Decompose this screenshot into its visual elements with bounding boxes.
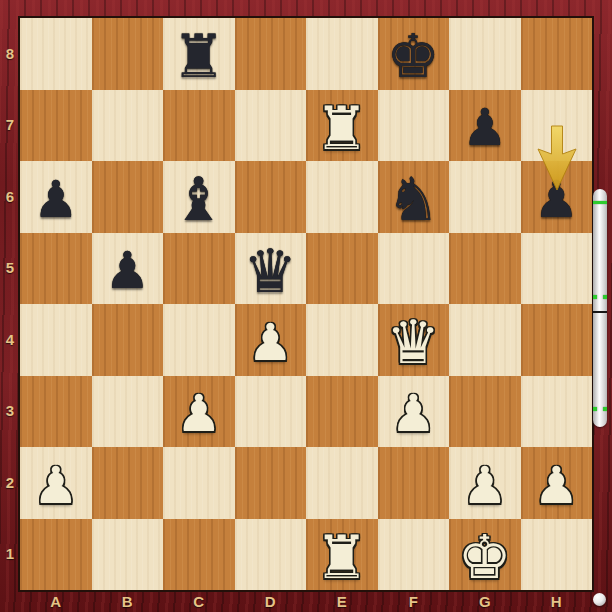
square-h4[interactable]: [521, 304, 593, 376]
black-pawn-a6[interactable]: ♟: [20, 161, 92, 233]
rank-label-8: 8: [0, 45, 20, 62]
square-f2[interactable]: [378, 447, 450, 519]
black-knight-f6[interactable]: ♞: [378, 161, 450, 233]
square-b6[interactable]: [92, 161, 164, 233]
square-e1[interactable]: ♜: [306, 519, 378, 591]
rank-label-5: 5: [0, 259, 20, 276]
square-f8[interactable]: ♚: [378, 18, 450, 90]
black-pawn-g7[interactable]: ♟: [449, 90, 521, 162]
square-c4[interactable]: [163, 304, 235, 376]
square-g5[interactable]: [449, 233, 521, 305]
square-g3[interactable]: [449, 376, 521, 448]
file-label-g: G: [449, 592, 521, 612]
square-c1[interactable]: [163, 519, 235, 591]
square-b3[interactable]: [92, 376, 164, 448]
board-frame: ♜♚♜♟♟♝♞♟♟♛♟♛♟♟♟♟♟♜♚ 87654321 ABCDEFGH: [0, 0, 612, 612]
square-e2[interactable]: [306, 447, 378, 519]
slider-bottom-tick-right: [603, 407, 607, 411]
square-h3[interactable]: [521, 376, 593, 448]
square-h6[interactable]: ♟: [521, 161, 593, 233]
square-d3[interactable]: [235, 376, 307, 448]
square-h2[interactable]: ♟: [521, 447, 593, 519]
square-d6[interactable]: [235, 161, 307, 233]
square-a5[interactable]: [20, 233, 92, 305]
file-label-d: D: [235, 592, 307, 612]
black-pawn-b5[interactable]: ♟: [92, 233, 164, 305]
square-c8[interactable]: ♜: [163, 18, 235, 90]
file-label-b: B: [92, 592, 164, 612]
square-a6[interactable]: ♟: [20, 161, 92, 233]
square-b4[interactable]: [92, 304, 164, 376]
square-f1[interactable]: [378, 519, 450, 591]
square-b5[interactable]: ♟: [92, 233, 164, 305]
square-g4[interactable]: [449, 304, 521, 376]
square-h7[interactable]: [521, 90, 593, 162]
square-f4[interactable]: ♛: [378, 304, 450, 376]
white-queen-f4[interactable]: ♛: [378, 304, 450, 376]
square-e5[interactable]: [306, 233, 378, 305]
file-label-e: E: [306, 592, 378, 612]
white-pawn-c3[interactable]: ♟: [163, 376, 235, 448]
white-pawn-h2[interactable]: ♟: [521, 447, 593, 519]
square-d8[interactable]: [235, 18, 307, 90]
square-a7[interactable]: [20, 90, 92, 162]
black-rook-c8[interactable]: ♜: [163, 18, 235, 90]
rank-label-4: 4: [0, 331, 20, 348]
white-king-g1[interactable]: ♚: [449, 519, 521, 591]
square-e3[interactable]: [306, 376, 378, 448]
square-a8[interactable]: [20, 18, 92, 90]
square-g1[interactable]: ♚: [449, 519, 521, 591]
square-f3[interactable]: ♟: [378, 376, 450, 448]
square-d2[interactable]: [235, 447, 307, 519]
square-d7[interactable]: [235, 90, 307, 162]
black-bishop-c6[interactable]: ♝: [163, 161, 235, 233]
game-progress-slider[interactable]: [593, 189, 607, 427]
square-d5[interactable]: ♛: [235, 233, 307, 305]
corner-ball-handle[interactable]: [593, 593, 606, 606]
square-c7[interactable]: [163, 90, 235, 162]
white-pawn-a2[interactable]: ♟: [20, 447, 92, 519]
white-pawn-g2[interactable]: ♟: [449, 447, 521, 519]
square-b7[interactable]: [92, 90, 164, 162]
square-c2[interactable]: [163, 447, 235, 519]
square-f7[interactable]: [378, 90, 450, 162]
square-b1[interactable]: [92, 519, 164, 591]
black-king-f8[interactable]: ♚: [378, 18, 450, 90]
white-rook-e7[interactable]: ♜: [306, 90, 378, 162]
square-h8[interactable]: [521, 18, 593, 90]
square-g2[interactable]: ♟: [449, 447, 521, 519]
file-label-f: F: [378, 592, 450, 612]
square-a4[interactable]: [20, 304, 92, 376]
square-e6[interactable]: [306, 161, 378, 233]
slider-center-line: [593, 311, 607, 313]
square-d1[interactable]: [235, 519, 307, 591]
file-label-h: H: [521, 592, 593, 612]
square-c5[interactable]: [163, 233, 235, 305]
slider-mid-tick-right: [603, 295, 607, 299]
rank-label-6: 6: [0, 188, 20, 205]
rank-label-2: 2: [0, 474, 20, 491]
white-pawn-d4[interactable]: ♟: [235, 304, 307, 376]
rank-label-1: 1: [0, 545, 20, 562]
square-f5[interactable]: [378, 233, 450, 305]
file-label-c: C: [163, 592, 235, 612]
white-pawn-f3[interactable]: ♟: [378, 376, 450, 448]
rank-label-3: 3: [0, 402, 20, 419]
white-rook-e1[interactable]: ♜: [306, 519, 378, 591]
square-c6[interactable]: ♝: [163, 161, 235, 233]
square-g8[interactable]: [449, 18, 521, 90]
square-e4[interactable]: [306, 304, 378, 376]
square-e7[interactable]: ♜: [306, 90, 378, 162]
square-g6[interactable]: [449, 161, 521, 233]
square-f6[interactable]: ♞: [378, 161, 450, 233]
black-queen-d5[interactable]: ♛: [235, 233, 307, 305]
square-c3[interactable]: ♟: [163, 376, 235, 448]
chess-board: ♜♚♜♟♟♝♞♟♟♛♟♛♟♟♟♟♟♜♚: [20, 18, 592, 590]
square-a2[interactable]: ♟: [20, 447, 92, 519]
black-pawn-h6[interactable]: ♟: [521, 161, 593, 233]
square-h1[interactable]: [521, 519, 593, 591]
square-h5[interactable]: [521, 233, 593, 305]
slider-mid-tick-left: [593, 295, 597, 299]
slider-bottom-tick-left: [593, 407, 597, 411]
square-g7[interactable]: ♟: [449, 90, 521, 162]
square-b2[interactable]: [92, 447, 164, 519]
rank-label-7: 7: [0, 116, 20, 133]
square-b8[interactable]: [92, 18, 164, 90]
file-label-a: A: [20, 592, 92, 612]
square-e8[interactable]: [306, 18, 378, 90]
square-a1[interactable]: [20, 519, 92, 591]
slider-top-tick: [593, 201, 607, 204]
square-d4[interactable]: ♟: [235, 304, 307, 376]
square-a3[interactable]: [20, 376, 92, 448]
